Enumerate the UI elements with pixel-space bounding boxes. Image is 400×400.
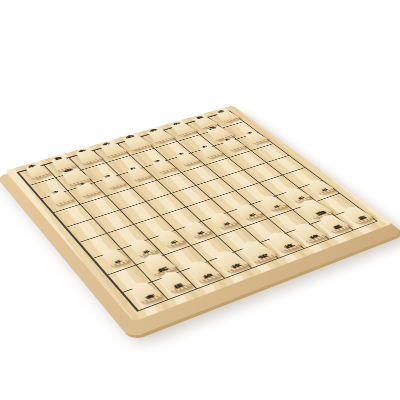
board-surface: 香車桂馬銀将金将玉将金将銀将桂馬香車飛車角行歩兵歩兵歩兵歩兵歩兵歩兵歩兵歩兵歩兵…	[5, 105, 393, 321]
koma-kanji: 銀将	[302, 229, 311, 233]
koma-kanji: 飛車	[68, 173, 78, 176]
product-photo-background: 香車桂馬銀将金将玉将金将銀将桂馬香車飛車角行歩兵歩兵歩兵歩兵歩兵歩兵歩兵歩兵歩兵…	[0, 0, 400, 400]
square-2d[interactable]	[228, 151, 266, 170]
koma-kanji: 歩兵	[108, 179, 116, 182]
koma-kanji: 歩兵	[133, 171, 141, 174]
koma-kanji: 銀将	[196, 267, 206, 271]
koma-kanji: 桂馬	[327, 220, 336, 223]
koma-kanji: 歩兵	[165, 235, 174, 238]
koma-kanji: 香車	[139, 288, 149, 292]
koma-kanji: 金将	[277, 238, 287, 242]
koma-kanji: 玉将	[130, 140, 139, 143]
koma-kanji: 歩兵	[191, 226, 199, 229]
gote-lance[interactable]: 香車	[212, 108, 240, 121]
koma-tile: 香車	[212, 108, 240, 121]
koma-kanji: 桂馬	[200, 120, 208, 122]
koma-kanji: 歩兵	[158, 164, 166, 167]
sente-lance[interactable]: 香車	[339, 204, 372, 222]
koma-kanji: 角行	[152, 261, 163, 265]
koma-kanji: 香車	[351, 212, 359, 215]
koma-kanji: 香車	[32, 169, 41, 172]
koma-kanji: 香車	[222, 114, 229, 116]
koma-kanji: 歩兵	[82, 187, 90, 190]
koma-kanji: 歩兵	[217, 217, 225, 220]
koma-kanji: 金将	[154, 133, 163, 136]
koma-kanji: 角行	[213, 131, 222, 134]
koma-kanji: 歩兵	[315, 184, 322, 187]
koma-kanji: 歩兵	[251, 135, 258, 137]
koma-kanji: 歩兵	[268, 200, 276, 203]
sente-pawn[interactable]: 歩兵	[180, 219, 211, 237]
koma-kanji: 歩兵	[55, 195, 63, 198]
koma-kanji: 金将	[224, 257, 234, 261]
koma-kanji: 金将	[107, 147, 116, 150]
koma-kanji: 歩兵	[292, 192, 300, 195]
koma-kanji: 歩兵	[205, 149, 212, 152]
koma-kanji: 歩兵	[182, 156, 190, 159]
koma-kanji: 歩兵	[243, 209, 251, 212]
board-grid: 香車桂馬銀将金将玉将金将銀将桂馬香車飛車角行歩兵歩兵歩兵歩兵歩兵歩兵歩兵歩兵歩兵…	[16, 111, 377, 312]
koma-kanji: 銀将	[82, 154, 91, 157]
koma-kanji: 銀将	[177, 126, 185, 129]
koma-kanji: 飛車	[308, 206, 318, 210]
koma-kanji: 歩兵	[228, 142, 235, 144]
koma-kanji: 桂馬	[57, 161, 66, 164]
koma-kanji: 桂馬	[168, 278, 178, 282]
koma-kanji: 歩兵	[137, 245, 146, 248]
koma-kanji: 歩兵	[109, 254, 118, 257]
shogi-board: 香車桂馬銀将金将玉将金将銀将桂馬香車飛車角行歩兵歩兵歩兵歩兵歩兵歩兵歩兵歩兵歩兵…	[5, 105, 393, 321]
koma-kanji: 王将	[250, 248, 261, 252]
